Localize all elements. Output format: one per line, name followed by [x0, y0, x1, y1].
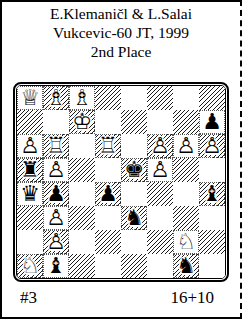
- square-g7: [173, 110, 199, 134]
- square-f2: [147, 230, 173, 254]
- square-b8: ♝♗: [43, 86, 69, 110]
- black-king-e5: ♚: [121, 158, 147, 182]
- square-g1: ♞♞: [173, 254, 199, 278]
- square-a1: ♞♘: [17, 254, 43, 278]
- square-a2: [17, 230, 43, 254]
- square-e1: [121, 254, 147, 278]
- square-a5: ♜♜: [17, 158, 43, 182]
- composer-names: E.Klemaničl & L.Salai: [2, 4, 240, 23]
- square-f3: [147, 206, 173, 230]
- square-g8: [173, 86, 199, 110]
- square-d7: [95, 110, 121, 134]
- square-f7: [147, 110, 173, 134]
- problem-header: E.Klemaničl & L.Salai Vukcevic-60 JT, 19…: [2, 2, 240, 61]
- board-frame: ♛♕♝♗♝♗♚♔♟♟♟♙♜♖♜♖♟♙♟♙♟♙♜♜♟♙♚♚♟♙♛♛♟♟♟♟♝♝♟♙…: [13, 82, 229, 282]
- tourney-name: Vukcevic-60 JT, 1999: [2, 23, 240, 42]
- square-b3: ♟♙: [43, 206, 69, 230]
- stipulation-label: #3: [20, 288, 37, 308]
- black-pawn-d4: ♟: [95, 182, 121, 206]
- white-pawn-f6: ♙: [147, 134, 173, 158]
- square-e2: [121, 230, 147, 254]
- black-pawn-b4: ♟: [43, 182, 69, 206]
- square-h3: [199, 206, 225, 230]
- white-queen-a8: ♕: [17, 86, 43, 110]
- square-b5: ♟♙: [43, 158, 69, 182]
- square-c2: [69, 230, 95, 254]
- award-place: 2nd Place: [2, 42, 240, 61]
- black-knight-g1: ♞: [173, 254, 199, 278]
- square-h1: [199, 254, 225, 278]
- square-g6: ♟♙: [173, 134, 199, 158]
- problem-card: E.Klemaničl & L.Salai Vukcevic-60 JT, 19…: [0, 0, 242, 319]
- square-b4: ♟♟: [43, 182, 69, 206]
- white-rook-d6: ♖: [95, 134, 121, 158]
- black-knight-e3: ♞: [121, 206, 147, 230]
- white-pawn-a6: ♙: [17, 134, 43, 158]
- square-a6: ♟♙: [17, 134, 43, 158]
- white-knight-g2: ♘: [173, 230, 199, 254]
- square-b6: ♜♖: [43, 134, 69, 158]
- square-e7: [121, 110, 147, 134]
- square-a3: [17, 206, 43, 230]
- square-a8: ♛♕: [17, 86, 43, 110]
- square-d8: [95, 86, 121, 110]
- square-h4: ♝♝: [199, 182, 225, 206]
- white-rook-b6: ♖: [43, 134, 69, 158]
- black-bishop-b1: ♝: [43, 254, 69, 278]
- black-queen-a4: ♛: [17, 182, 43, 206]
- square-a4: ♛♛: [17, 182, 43, 206]
- white-bishop-b8: ♗: [43, 86, 69, 110]
- white-pawn-h6: ♙: [199, 134, 225, 158]
- square-c6: [69, 134, 95, 158]
- square-g2: ♞♘: [173, 230, 199, 254]
- square-d3: [95, 206, 121, 230]
- square-b2: ♟♙: [43, 230, 69, 254]
- square-g4: [173, 182, 199, 206]
- board: ♛♕♝♗♝♗♚♔♟♟♟♙♜♖♜♖♟♙♟♙♟♙♜♜♟♙♚♚♟♙♛♛♟♟♟♟♝♝♟♙…: [17, 86, 225, 278]
- square-g3: [173, 206, 199, 230]
- square-f1: [147, 254, 173, 278]
- square-c3: [69, 206, 95, 230]
- square-f4: [147, 182, 173, 206]
- board-inner-frame: ♛♕♝♗♝♗♚♔♟♟♟♙♜♖♜♖♟♙♟♙♟♙♜♜♟♙♚♚♟♙♛♛♟♟♟♟♝♝♟♙…: [16, 85, 226, 279]
- black-bishop-h4: ♝: [199, 182, 225, 206]
- white-pawn-b2: ♙: [43, 230, 69, 254]
- square-c5: [69, 158, 95, 182]
- white-king-c7: ♔: [69, 110, 95, 134]
- square-e6: [121, 134, 147, 158]
- caption-row: #3 16+10: [2, 288, 240, 308]
- white-pawn-b5: ♙: [43, 158, 69, 182]
- material-count-label: 16+10: [170, 288, 214, 308]
- white-pawn-b3: ♙: [43, 206, 69, 230]
- white-pawn-f5: ♙: [147, 158, 173, 182]
- square-h6: ♟♙: [199, 134, 225, 158]
- square-c8: ♝♗: [69, 86, 95, 110]
- square-d5: [95, 158, 121, 182]
- square-d6: ♜♖: [95, 134, 121, 158]
- white-knight-a1: ♘: [17, 254, 43, 278]
- white-bishop-c8: ♗: [69, 86, 95, 110]
- square-b1: ♝♝: [43, 254, 69, 278]
- square-h5: [199, 158, 225, 182]
- square-h7: ♟♟: [199, 110, 225, 134]
- square-h8: [199, 86, 225, 110]
- square-h2: [199, 230, 225, 254]
- black-pawn-h7: ♟: [199, 110, 225, 134]
- square-d4: ♟♟: [95, 182, 121, 206]
- square-e8: [121, 86, 147, 110]
- square-a7: [17, 110, 43, 134]
- square-e3: ♞♞: [121, 206, 147, 230]
- square-d1: [95, 254, 121, 278]
- white-pawn-g6: ♙: [173, 134, 199, 158]
- square-f5: ♟♙: [147, 158, 173, 182]
- black-rook-a5: ♜: [17, 158, 43, 182]
- square-g5: [173, 158, 199, 182]
- square-f8: [147, 86, 173, 110]
- square-c1: [69, 254, 95, 278]
- square-c7: ♚♔: [69, 110, 95, 134]
- square-b7: [43, 110, 69, 134]
- square-c4: [69, 182, 95, 206]
- square-f6: ♟♙: [147, 134, 173, 158]
- square-d2: [95, 230, 121, 254]
- square-e4: [121, 182, 147, 206]
- square-e5: ♚♚: [121, 158, 147, 182]
